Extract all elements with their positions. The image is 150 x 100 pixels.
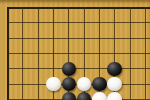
board-intersection[interactable] [122, 76, 137, 91]
board-intersection[interactable] [15, 61, 30, 76]
board-intersection[interactable] [46, 46, 61, 61]
board-intersection[interactable] [138, 31, 150, 46]
board-intersection[interactable] [92, 76, 107, 91]
board-intersection[interactable] [76, 15, 91, 30]
board-intersection[interactable] [122, 15, 137, 30]
black-stone [107, 62, 122, 77]
board-intersection[interactable] [46, 61, 61, 76]
board-intersection[interactable] [92, 15, 107, 30]
white-stone [107, 77, 122, 92]
board-intersection[interactable] [138, 0, 150, 15]
board-intersection[interactable] [92, 0, 107, 15]
board-intersection[interactable] [107, 31, 122, 46]
board-intersection[interactable] [138, 76, 150, 91]
board-intersection[interactable] [61, 15, 76, 30]
board-intersection[interactable] [15, 76, 30, 91]
board-intersection[interactable] [138, 15, 150, 30]
board-intersection[interactable] [46, 92, 61, 100]
white-stone [107, 92, 122, 100]
board-intersection[interactable] [0, 0, 15, 15]
board-intersection[interactable] [31, 76, 46, 91]
board-intersection[interactable] [92, 31, 107, 46]
board-intersection[interactable] [107, 76, 122, 91]
white-stone [46, 77, 61, 92]
black-stone [77, 92, 92, 100]
board-intersection[interactable] [76, 92, 91, 100]
board-intersection[interactable] [61, 92, 76, 100]
black-stone [92, 77, 107, 92]
board-intersection[interactable] [76, 46, 91, 61]
board-intersection[interactable] [122, 92, 137, 100]
board-intersection[interactable] [92, 46, 107, 61]
board-intersection[interactable] [76, 61, 91, 76]
board-intersection[interactable] [61, 31, 76, 46]
board-intersection[interactable] [15, 46, 30, 61]
black-stone [62, 77, 77, 92]
go-board [0, 0, 150, 100]
board-intersection[interactable] [122, 61, 137, 76]
board-intersection[interactable] [122, 31, 137, 46]
white-stone [77, 77, 92, 92]
board-intersection[interactable] [46, 31, 61, 46]
board-intersection[interactable] [107, 0, 122, 15]
board-intersection[interactable] [138, 46, 150, 61]
board-intersection[interactable] [31, 92, 46, 100]
board-intersection[interactable] [31, 15, 46, 30]
board-intersection[interactable] [107, 15, 122, 30]
board-intersection[interactable] [31, 46, 46, 61]
board-intersection[interactable] [76, 31, 91, 46]
board-intersection[interactable] [107, 61, 122, 76]
board-intersection[interactable] [138, 92, 150, 100]
board-intersection[interactable] [76, 76, 91, 91]
board-intersection[interactable] [46, 76, 61, 91]
go-grid [0, 0, 150, 100]
board-intersection[interactable] [92, 61, 107, 76]
board-intersection[interactable] [0, 46, 15, 61]
board-intersection[interactable] [61, 46, 76, 61]
white-stone [92, 92, 107, 100]
board-intersection[interactable] [31, 31, 46, 46]
board-intersection[interactable] [92, 92, 107, 100]
board-intersection[interactable] [0, 15, 15, 30]
board-intersection[interactable] [76, 0, 91, 15]
board-intersection[interactable] [46, 15, 61, 30]
board-intersection[interactable] [61, 76, 76, 91]
black-stone [62, 92, 77, 100]
board-intersection[interactable] [122, 0, 137, 15]
board-intersection[interactable] [15, 92, 30, 100]
board-intersection[interactable] [46, 0, 61, 15]
board-intersection[interactable] [0, 76, 15, 91]
board-intersection[interactable] [0, 92, 15, 100]
board-intersection[interactable] [15, 15, 30, 30]
board-intersection[interactable] [61, 0, 76, 15]
board-intersection[interactable] [31, 61, 46, 76]
board-intersection[interactable] [0, 61, 15, 76]
board-intersection[interactable] [122, 46, 137, 61]
board-intersection[interactable] [138, 61, 150, 76]
board-intersection[interactable] [0, 31, 15, 46]
black-stone [62, 62, 77, 77]
board-intersection[interactable] [107, 92, 122, 100]
board-intersection[interactable] [15, 31, 30, 46]
board-intersection[interactable] [15, 0, 30, 15]
board-intersection[interactable] [31, 0, 46, 15]
board-intersection[interactable] [61, 61, 76, 76]
board-intersection[interactable] [107, 46, 122, 61]
